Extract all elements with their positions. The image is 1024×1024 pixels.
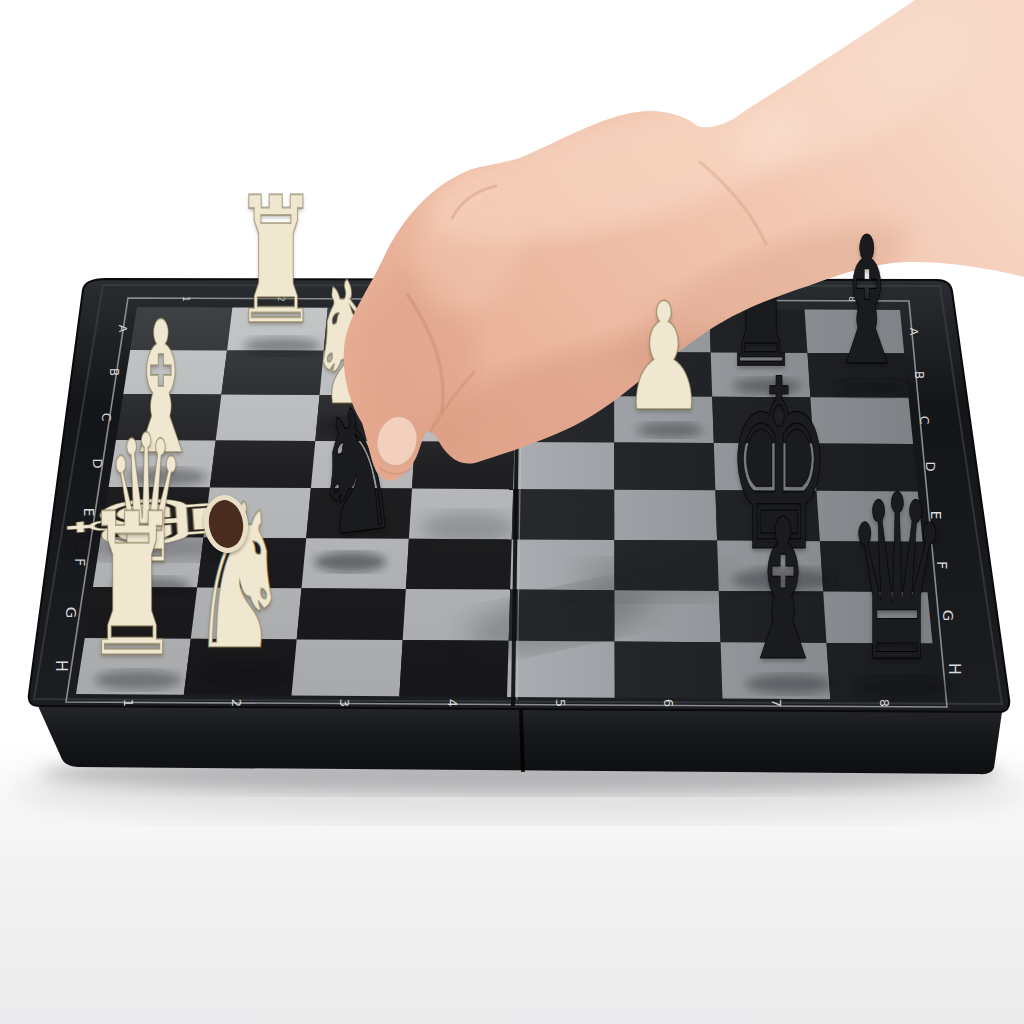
hand (0, 0, 1024, 1024)
photo-scene: AABBCCDDEEFFGGHH1122334455667788 ♜♜♞♝♚♞♚… (0, 0, 1024, 1024)
